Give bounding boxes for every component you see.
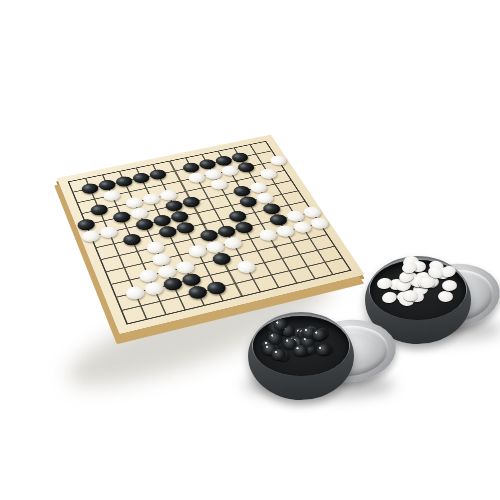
white-stone[interactable] [209,178,230,191]
black-stone[interactable] [162,276,185,292]
white-stone[interactable] [143,281,166,297]
black-stone[interactable] [233,221,255,235]
product-photo [0,0,500,500]
white-stone[interactable] [98,225,119,239]
black-stone-bowl[interactable] [248,312,354,400]
go-board[interactable] [57,135,365,334]
white-stone[interactable] [102,189,122,202]
white-stone[interactable] [80,229,101,243]
white-stone[interactable] [268,154,289,166]
black-stone[interactable] [80,182,100,195]
white-bowl-stone [381,291,398,305]
white-bowl-stone [438,291,453,302]
black-stone[interactable] [175,221,197,235]
black-stone-pile [253,316,349,376]
black-stone[interactable] [121,233,143,247]
black-stone[interactable] [89,203,110,217]
black-stone[interactable] [210,251,233,266]
white-stone[interactable] [258,168,279,180]
white-stone-pile [370,260,466,320]
white-stone[interactable] [124,285,147,301]
black-stone[interactable] [205,280,228,296]
black-stone[interactable] [236,161,257,173]
white-bowl-stone [442,280,457,291]
white-stone[interactable] [235,259,258,274]
black-stone[interactable] [157,225,179,239]
white-stone[interactable] [308,216,330,230]
black-stone[interactable] [134,217,155,231]
white-bowl-opening [370,260,466,320]
white-bowl-stone [441,264,458,278]
black-stone[interactable] [111,210,132,224]
black-bowl-stone [315,342,332,357]
white-stone[interactable] [141,192,162,205]
black-stone[interactable] [148,168,168,181]
black-stone[interactable] [131,172,151,185]
black-stone[interactable] [181,195,202,208]
black-stone[interactable] [114,175,134,188]
black-bowl-opening [253,316,349,376]
white-stone[interactable] [222,236,244,250]
white-bowl-stone [402,290,417,301]
